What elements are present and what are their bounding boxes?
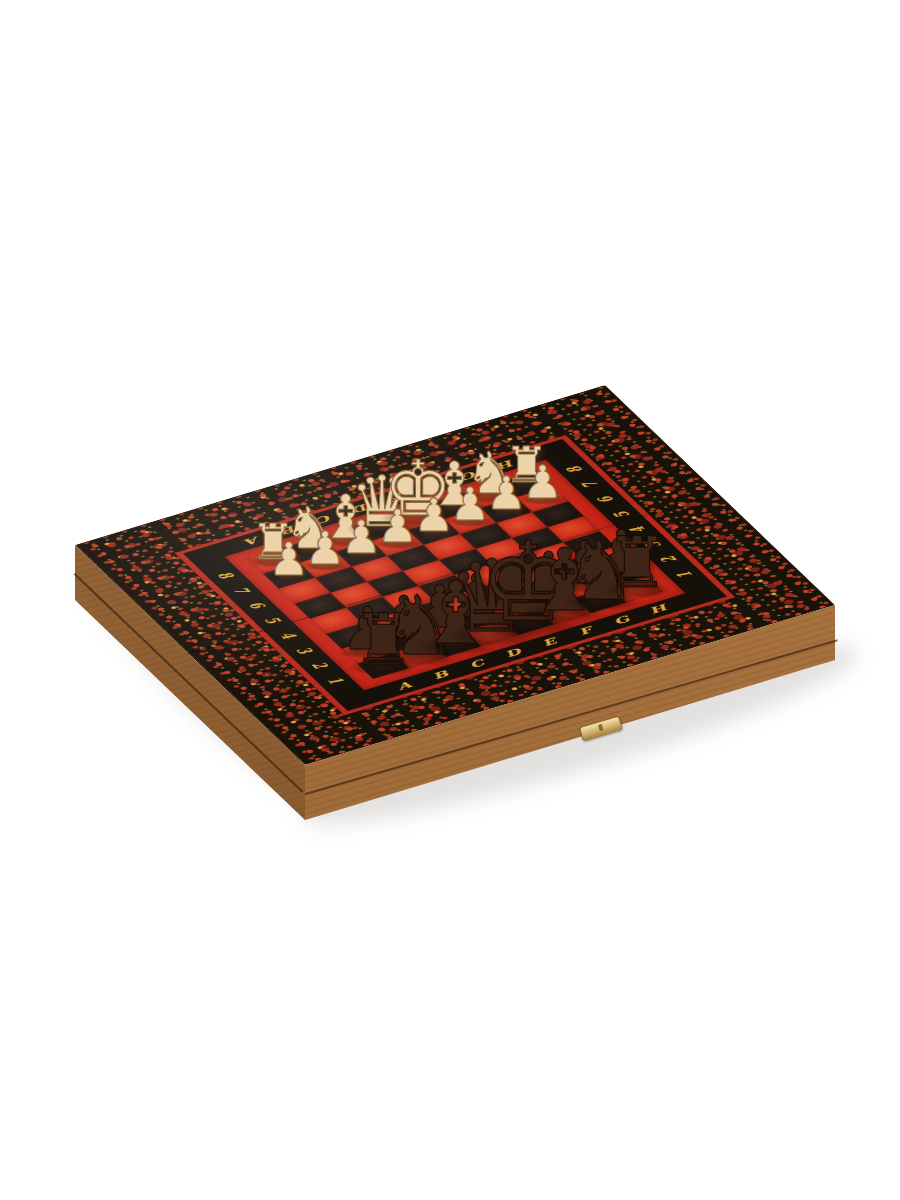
piece-dark-rook[interactable]: ♜ xyxy=(605,529,668,599)
piece-light-pawn[interactable]: ♟ xyxy=(522,460,563,506)
pieces-layer: ♜♞♝♛♚♝♞♜♟♟♟♟♟♟♟♟♟♟♟♟♟♟♟♟♜♞♝♛♚♝♞♜ xyxy=(0,0,900,1200)
product-photo-chess-box: AABBCCDDEEFFGGHH1122334455667788 ♜♞♝♛♚♝♞… xyxy=(0,0,900,1200)
